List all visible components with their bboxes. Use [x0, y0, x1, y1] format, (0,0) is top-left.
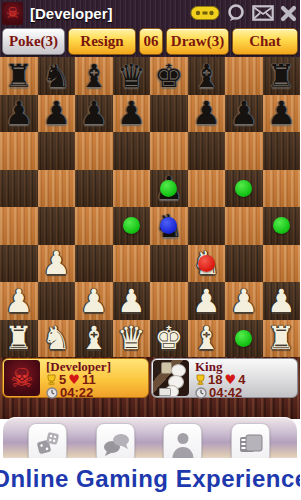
square-d1[interactable]: ♛ [113, 320, 151, 358]
piece-white-king: ♚ [154, 322, 183, 354]
square-d4[interactable] [113, 207, 151, 245]
piece-black-pawn: ♟ [267, 97, 296, 129]
piece-black-rook: ♜ [267, 60, 296, 92]
piece-black-pawn: ♟ [229, 97, 258, 129]
clock-icon [46, 387, 58, 399]
piece-black-pawn: ♟ [4, 97, 33, 129]
square-h5[interactable] [263, 170, 301, 208]
square-c5[interactable] [75, 170, 113, 208]
trophy-icon [46, 374, 57, 385]
player-panel-developer: ☠ [Developer] 5 ♥ 11 04:22 [2, 358, 149, 398]
square-g7[interactable]: ♟ [225, 95, 263, 133]
square-a7[interactable]: ♟ [0, 95, 38, 133]
square-b3[interactable]: ♟ [38, 245, 76, 283]
square-d7[interactable]: ♟ [113, 95, 151, 133]
square-g2[interactable]: ♟ [225, 282, 263, 320]
chat-button[interactable]: Chat [232, 28, 298, 55]
skull-icon: ☠ [10, 365, 33, 391]
square-h3[interactable] [263, 245, 301, 283]
chat-bubble-icon[interactable] [226, 4, 246, 22]
draw-button[interactable]: Draw(3) [166, 28, 229, 55]
square-a5[interactable] [0, 170, 38, 208]
square-e1[interactable]: ♚ [150, 320, 188, 358]
close-icon[interactable] [280, 5, 297, 22]
piece-white-pawn: ♟ [42, 247, 71, 279]
piece-black-pawn: ♟ [79, 97, 108, 129]
piece-white-pawn: ♟ [4, 285, 33, 317]
square-c6[interactable] [75, 132, 113, 170]
piece-white-rook: ♜ [267, 322, 296, 354]
marker-red-f3 [198, 255, 215, 272]
square-g3[interactable] [225, 245, 263, 283]
resign-button[interactable]: Resign [68, 28, 136, 55]
square-g4[interactable] [225, 207, 263, 245]
dice-icon [34, 430, 62, 458]
trophy-icon [195, 374, 206, 385]
square-d3[interactable] [113, 245, 151, 283]
clock-time: 04:22 [60, 386, 93, 399]
chess-board: ♜♞♝♛♚♝♜♟♟♟♟♟♟♟♟♞♟♞♟♟♟♟♟♟♜♞♝♛♚♝♜ [0, 57, 300, 357]
square-f1[interactable]: ♝ [188, 320, 226, 358]
square-c8[interactable]: ♝ [75, 57, 113, 95]
square-f7[interactable]: ♟ [188, 95, 226, 133]
square-d2[interactable]: ♟ [113, 282, 151, 320]
piece-black-bishop: ♝ [79, 60, 108, 92]
square-c7[interactable]: ♟ [75, 95, 113, 133]
square-a1[interactable]: ♜ [0, 320, 38, 358]
square-c4[interactable] [75, 207, 113, 245]
piece-black-king: ♚ [154, 60, 183, 92]
square-f4[interactable] [188, 207, 226, 245]
clock-time: 04:42 [209, 386, 242, 399]
player-panel-king: King 18 ♥ 4 04:42 [151, 358, 298, 398]
title-bar: ☠ [Developer] [0, 0, 300, 26]
lower-area: ☠ [Developer] 5 ♥ 11 04:22 King 18 ♥ [0, 357, 300, 500]
square-g1[interactable] [225, 320, 263, 358]
square-f8[interactable]: ♝ [188, 57, 226, 95]
piece-white-pawn: ♟ [229, 285, 258, 317]
piece-white-rook: ♜ [4, 322, 33, 354]
square-h1[interactable]: ♜ [263, 320, 301, 358]
square-e2[interactable] [150, 282, 188, 320]
square-f5[interactable] [188, 170, 226, 208]
square-e3[interactable] [150, 245, 188, 283]
mail-icon[interactable] [252, 5, 274, 21]
square-a8[interactable]: ♜ [0, 57, 38, 95]
chat-bubbles-icon [102, 431, 130, 457]
square-f2[interactable]: ♟ [188, 282, 226, 320]
window-chrome: ☠ [Developer] Poke(3) Resign 06 Draw(3) … [0, 0, 300, 57]
piece-white-queen: ♛ [117, 322, 146, 354]
square-h7[interactable]: ♟ [263, 95, 301, 133]
square-b6[interactable] [38, 132, 76, 170]
piece-black-rook: ♜ [4, 60, 33, 92]
square-e5[interactable]: ♟ [150, 170, 188, 208]
square-c1[interactable]: ♝ [75, 320, 113, 358]
piece-white-knight: ♞ [42, 322, 71, 354]
piece-black-pawn: ♟ [42, 97, 71, 129]
player-avatar-skull: ☠ [4, 360, 40, 396]
square-a6[interactable] [0, 132, 38, 170]
piece-white-pawn: ♟ [117, 285, 146, 317]
poke-button[interactable]: Poke(3) [2, 28, 65, 55]
piece-white-bishop: ♝ [79, 322, 108, 354]
piece-black-queen: ♛ [117, 60, 146, 92]
square-h4[interactable] [263, 207, 301, 245]
square-b7[interactable]: ♟ [38, 95, 76, 133]
square-d8[interactable]: ♛ [113, 57, 151, 95]
square-b1[interactable]: ♞ [38, 320, 76, 358]
titlebar-avatar: ☠ [2, 2, 23, 25]
square-h2[interactable]: ♟ [263, 282, 301, 320]
square-f6[interactable] [188, 132, 226, 170]
square-g6[interactable] [225, 132, 263, 170]
person-icon [170, 431, 196, 458]
skull-icon: ☠ [6, 6, 19, 21]
square-b8[interactable]: ♞ [38, 57, 76, 95]
square-c3[interactable] [75, 245, 113, 283]
action-toolbar: Poke(3) Resign 06 Draw(3) Chat [0, 26, 300, 57]
square-a2[interactable]: ♟ [0, 282, 38, 320]
clock-icon [195, 387, 207, 399]
marker-green-e5 [160, 180, 177, 197]
square-d6[interactable] [113, 132, 151, 170]
square-b2[interactable] [38, 282, 76, 320]
piece-white-pawn: ♟ [192, 285, 221, 317]
square-h6[interactable] [263, 132, 301, 170]
square-e8[interactable]: ♚ [150, 57, 188, 95]
tagline: Online Gaming Experience [0, 465, 300, 493]
square-b4[interactable] [38, 207, 76, 245]
move-counter-button[interactable]: 06 [139, 28, 163, 55]
window-title: [Developer] [30, 5, 113, 22]
square-h8[interactable]: ♜ [263, 57, 301, 95]
square-c2[interactable]: ♟ [75, 282, 113, 320]
square-f3[interactable]: ♞ [188, 245, 226, 283]
marker-green-d4 [123, 217, 140, 234]
cards-icon [237, 432, 265, 456]
marker-green-g5 [235, 180, 252, 197]
piece-black-pawn: ♟ [192, 97, 221, 129]
piece-black-bishop: ♝ [192, 60, 221, 92]
marker-green-g1 [235, 330, 252, 347]
square-a4[interactable] [0, 207, 38, 245]
gamepad-icon[interactable] [190, 4, 220, 22]
square-g5[interactable] [225, 170, 263, 208]
square-e4[interactable]: ♞ [150, 207, 188, 245]
piece-black-pawn: ♟ [117, 97, 146, 129]
square-b5[interactable] [38, 170, 76, 208]
square-a3[interactable] [0, 245, 38, 283]
square-e6[interactable] [150, 132, 188, 170]
square-e7[interactable] [150, 95, 188, 133]
square-g8[interactable] [225, 57, 263, 95]
piece-black-knight: ♞ [42, 60, 71, 92]
marker-green-h4 [273, 217, 290, 234]
player-avatar-cards [153, 360, 189, 396]
piece-white-pawn: ♟ [267, 285, 296, 317]
square-d5[interactable] [113, 170, 151, 208]
footer-banner: Online Gaming Experience [0, 458, 300, 500]
piece-white-bishop: ♝ [192, 322, 221, 354]
piece-white-pawn: ♟ [79, 285, 108, 317]
